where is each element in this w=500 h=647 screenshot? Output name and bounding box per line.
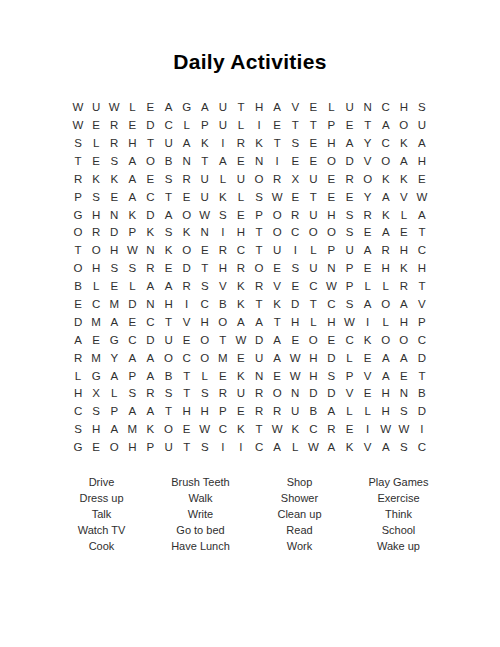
grid-cell-r5c1[interactable]: R [69,171,87,189]
grid-cell-r9c6[interactable]: K [160,242,178,260]
grid-cell-r1c11[interactable]: H [250,99,268,117]
grid-cell-r20c14[interactable]: W [304,439,322,457]
grid-cell-r16c5[interactable]: A [141,367,159,385]
grid-cell-r14c15[interactable]: E [322,332,340,350]
grid-cell-r15c9[interactable]: M [214,349,232,367]
grid-cell-r20c16[interactable]: K [341,439,359,457]
grid-cell-r20c10[interactable]: I [232,439,250,457]
grid-cell-r11c4[interactable]: L [123,278,141,296]
grid-cell-r4c1[interactable]: T [69,153,87,171]
grid-cell-r8c1[interactable]: O [69,224,87,242]
grid-cell-r17c10[interactable]: U [232,385,250,403]
grid-cell-r13c16[interactable]: W [341,314,359,332]
grid-cell-r9c9[interactable]: R [214,242,232,260]
grid-cell-r4c6[interactable]: B [160,153,178,171]
grid-cell-r6c16[interactable]: E [341,188,359,206]
grid-cell-r14c2[interactable]: E [87,332,105,350]
grid-cell-r19c11[interactable]: T [250,421,268,439]
grid-cell-r11c7[interactable]: R [178,278,196,296]
grid-cell-r20c1[interactable]: G [69,439,87,457]
grid-cell-r1c19[interactable]: H [395,99,413,117]
grid-cell-r3c4[interactable]: H [123,135,141,153]
grid-cell-r11c3[interactable]: E [105,278,123,296]
grid-cell-r14c1[interactable]: A [69,332,87,350]
grid-cell-r16c7[interactable]: T [178,367,196,385]
grid-cell-r7c6[interactable]: A [160,206,178,224]
grid-cell-r3c2[interactable]: L [87,135,105,153]
grid-cell-r16c17[interactable]: V [359,367,377,385]
grid-cell-r1c7[interactable]: G [178,99,196,117]
grid-cell-r17c19[interactable]: N [395,385,413,403]
grid-cell-r1c3[interactable]: W [105,99,123,117]
grid-cell-r6c1[interactable]: P [69,188,87,206]
grid-cell-r17c20[interactable]: B [413,385,431,403]
grid-cell-r19c20[interactable]: I [413,421,431,439]
grid-cell-r9c3[interactable]: H [105,242,123,260]
grid-cell-r8c12[interactable]: O [268,224,286,242]
grid-cell-r12c17[interactable]: A [359,296,377,314]
grid-cell-r3c3[interactable]: R [105,135,123,153]
grid-cell-r10c16[interactable]: P [341,260,359,278]
grid-cell-r10c14[interactable]: U [304,260,322,278]
grid-cell-r11c14[interactable]: C [304,278,322,296]
grid-cell-r19c16[interactable]: E [341,421,359,439]
grid-cell-r19c9[interactable]: C [214,421,232,439]
grid-cell-r8c17[interactable]: E [359,224,377,242]
grid-cell-r6c2[interactable]: S [87,188,105,206]
grid-cell-r1c12[interactable]: A [268,99,286,117]
grid-cell-r9c13[interactable]: I [286,242,304,260]
grid-cell-r13c18[interactable]: L [377,314,395,332]
grid-cell-r20c9[interactable]: I [214,439,232,457]
grid-cell-r19c8[interactable]: W [196,421,214,439]
grid-cell-r16c19[interactable]: E [395,367,413,385]
grid-cell-r12c19[interactable]: A [395,296,413,314]
grid-cell-r11c18[interactable]: L [377,278,395,296]
grid-cell-r2c1[interactable]: W [69,117,87,135]
grid-cell-r15c1[interactable]: R [69,349,87,367]
grid-cell-r18c12[interactable]: R [268,403,286,421]
grid-cell-r8c3[interactable]: D [105,224,123,242]
grid-cell-r19c17[interactable]: I [359,421,377,439]
grid-cell-r4c13[interactable]: E [286,153,304,171]
grid-cell-r3c7[interactable]: A [178,135,196,153]
grid-cell-r11c20[interactable]: T [413,278,431,296]
grid-cell-r12c18[interactable]: O [377,296,395,314]
grid-cell-r14c14[interactable]: O [304,332,322,350]
grid-cell-r20c6[interactable]: U [160,439,178,457]
grid-cell-r3c11[interactable]: K [250,135,268,153]
grid-cell-r5c17[interactable]: O [359,171,377,189]
grid-cell-r13c11[interactable]: A [250,314,268,332]
grid-cell-r18c19[interactable]: S [395,403,413,421]
grid-cell-r13c15[interactable]: H [322,314,340,332]
grid-cell-r2c3[interactable]: R [105,117,123,135]
grid-cell-r8c20[interactable]: T [413,224,431,242]
grid-cell-r7c8[interactable]: W [196,206,214,224]
grid-cell-r10c15[interactable]: N [322,260,340,278]
grid-cell-r15c12[interactable]: A [268,349,286,367]
grid-cell-r13c8[interactable]: H [196,314,214,332]
grid-cell-r1c1[interactable]: W [69,99,87,117]
grid-cell-r14c17[interactable]: K [359,332,377,350]
grid-cell-r20c17[interactable]: V [359,439,377,457]
grid-cell-r2c10[interactable]: L [232,117,250,135]
grid-cell-r18c17[interactable]: L [359,403,377,421]
grid-cell-r14c8[interactable]: O [196,332,214,350]
grid-cell-r8c9[interactable]: I [214,224,232,242]
grid-cell-r8c19[interactable]: E [395,224,413,242]
grid-cell-r12c16[interactable]: S [341,296,359,314]
grid-cell-r17c6[interactable]: S [160,385,178,403]
grid-cell-r19c15[interactable]: R [322,421,340,439]
grid-cell-r15c14[interactable]: H [304,349,322,367]
grid-cell-r6c20[interactable]: W [413,188,431,206]
grid-cell-r15c13[interactable]: W [286,349,304,367]
grid-cell-r20c13[interactable]: L [286,439,304,457]
grid-cell-r16c4[interactable]: P [123,367,141,385]
grid-cell-r19c14[interactable]: C [304,421,322,439]
grid-cell-r8c15[interactable]: O [322,224,340,242]
grid-cell-r11c15[interactable]: W [322,278,340,296]
grid-cell-r2c14[interactable]: T [304,117,322,135]
grid-cell-r14c16[interactable]: C [341,332,359,350]
grid-cell-r11c2[interactable]: L [87,278,105,296]
grid-cell-r9c8[interactable]: E [196,242,214,260]
grid-cell-r17c14[interactable]: D [304,385,322,403]
grid-cell-r9c19[interactable]: H [395,242,413,260]
grid-cell-r5c18[interactable]: K [377,171,395,189]
grid-cell-r20c15[interactable]: A [322,439,340,457]
grid-cell-r8c5[interactable]: K [141,224,159,242]
grid-cell-r2c11[interactable]: I [250,117,268,135]
grid-cell-r9c7[interactable]: O [178,242,196,260]
grid-cell-r16c2[interactable]: G [87,367,105,385]
grid-cell-r20c20[interactable]: C [413,439,431,457]
grid-cell-r19c10[interactable]: K [232,421,250,439]
grid-cell-r10c2[interactable]: H [87,260,105,278]
grid-cell-r5c12[interactable]: R [268,171,286,189]
grid-cell-r13c20[interactable]: P [413,314,431,332]
grid-cell-r7c1[interactable]: G [69,206,87,224]
grid-cell-r20c12[interactable]: A [268,439,286,457]
grid-cell-r15c20[interactable]: D [413,349,431,367]
grid-cell-r11c11[interactable]: R [250,278,268,296]
grid-cell-r1c4[interactable]: L [123,99,141,117]
grid-cell-r18c10[interactable]: E [232,403,250,421]
grid-cell-r11c8[interactable]: S [196,278,214,296]
grid-cell-r9c10[interactable]: C [232,242,250,260]
grid-cell-r18c13[interactable]: U [286,403,304,421]
grid-cell-r16c1[interactable]: L [69,367,87,385]
grid-cell-r7c20[interactable]: A [413,206,431,224]
grid-cell-r11c17[interactable]: L [359,278,377,296]
grid-cell-r15c7[interactable]: C [178,349,196,367]
grid-cell-r14c19[interactable]: O [395,332,413,350]
grid-cell-r19c1[interactable]: S [69,421,87,439]
grid-cell-r7c16[interactable]: S [341,206,359,224]
grid-cell-r14c11[interactable]: D [250,332,268,350]
grid-cell-r4c20[interactable]: H [413,153,431,171]
grid-cell-r16c6[interactable]: B [160,367,178,385]
grid-cell-r13c12[interactable]: T [268,314,286,332]
grid-cell-r19c12[interactable]: W [268,421,286,439]
grid-cell-r2c20[interactable]: U [413,117,431,135]
grid-cell-r18c7[interactable]: H [178,403,196,421]
grid-cell-r9c16[interactable]: U [341,242,359,260]
grid-cell-r20c8[interactable]: S [196,439,214,457]
grid-cell-r8c8[interactable]: N [196,224,214,242]
grid-cell-r2c18[interactable]: A [377,117,395,135]
grid-cell-r6c5[interactable]: C [141,188,159,206]
grid-cell-r13c1[interactable]: D [69,314,87,332]
grid-cell-r16c12[interactable]: E [268,367,286,385]
grid-cell-r6c6[interactable]: T [160,188,178,206]
grid-cell-r17c11[interactable]: R [250,385,268,403]
grid-cell-r14c20[interactable]: C [413,332,431,350]
grid-cell-r17c1[interactable]: H [69,385,87,403]
grid-cell-r2c2[interactable]: E [87,117,105,135]
grid-cell-r12c7[interactable]: I [178,296,196,314]
grid-cell-r19c6[interactable]: O [160,421,178,439]
grid-cell-r13c3[interactable]: A [105,314,123,332]
grid-cell-r1c2[interactable]: U [87,99,105,117]
grid-cell-r4c19[interactable]: A [395,153,413,171]
grid-cell-r5c16[interactable]: R [341,171,359,189]
grid-cell-r17c8[interactable]: S [196,385,214,403]
grid-cell-r1c17[interactable]: N [359,99,377,117]
grid-cell-r11c6[interactable]: A [160,278,178,296]
grid-cell-r13c2[interactable]: M [87,314,105,332]
grid-cell-r8c6[interactable]: S [160,224,178,242]
grid-cell-r10c17[interactable]: E [359,260,377,278]
grid-cell-r15c3[interactable]: Y [105,349,123,367]
grid-cell-r9c11[interactable]: T [250,242,268,260]
grid-cell-r10c13[interactable]: S [286,260,304,278]
grid-cell-r14c13[interactable]: E [286,332,304,350]
grid-cell-r8c13[interactable]: C [286,224,304,242]
grid-cell-r5c13[interactable]: X [286,171,304,189]
grid-cell-r7c17[interactable]: R [359,206,377,224]
grid-cell-r2c12[interactable]: E [268,117,286,135]
grid-cell-r11c5[interactable]: A [141,278,159,296]
grid-cell-r6c15[interactable]: E [322,188,340,206]
grid-cell-r13c4[interactable]: E [123,314,141,332]
grid-cell-r1c20[interactable]: S [413,99,431,117]
grid-cell-r10c9[interactable]: H [214,260,232,278]
grid-cell-r15c8[interactable]: O [196,349,214,367]
grid-cell-r9c20[interactable]: C [413,242,431,260]
grid-cell-r7c5[interactable]: D [141,206,159,224]
grid-cell-r15c2[interactable]: M [87,349,105,367]
grid-cell-r14c18[interactable]: O [377,332,395,350]
grid-cell-r3c12[interactable]: T [268,135,286,153]
grid-cell-r6c11[interactable]: S [250,188,268,206]
grid-cell-r7c13[interactable]: R [286,206,304,224]
grid-cell-r11c1[interactable]: B [69,278,87,296]
grid-cell-r18c4[interactable]: A [123,403,141,421]
grid-cell-r10c7[interactable]: D [178,260,196,278]
grid-cell-r19c18[interactable]: W [377,421,395,439]
grid-cell-r18c15[interactable]: A [322,403,340,421]
grid-cell-r11c19[interactable]: R [395,278,413,296]
grid-cell-r2c8[interactable]: P [196,117,214,135]
grid-cell-r2c19[interactable]: O [395,117,413,135]
grid-cell-r9c4[interactable]: W [123,242,141,260]
grid-cell-r3c14[interactable]: E [304,135,322,153]
grid-cell-r19c4[interactable]: M [123,421,141,439]
grid-cell-r2c16[interactable]: E [341,117,359,135]
grid-cell-r10c5[interactable]: R [141,260,159,278]
grid-cell-r3c19[interactable]: K [395,135,413,153]
grid-cell-r18c16[interactable]: L [341,403,359,421]
grid-cell-r9c1[interactable]: T [69,242,87,260]
grid-cell-r16c20[interactable]: T [413,367,431,385]
grid-cell-r2c13[interactable]: T [286,117,304,135]
grid-cell-r8c10[interactable]: H [232,224,250,242]
grid-cell-r12c13[interactable]: D [286,296,304,314]
grid-cell-r4c7[interactable]: N [178,153,196,171]
grid-cell-r14c10[interactable]: W [232,332,250,350]
grid-cell-r17c15[interactable]: D [322,385,340,403]
grid-cell-r20c18[interactable]: A [377,439,395,457]
grid-cell-r1c15[interactable]: L [322,99,340,117]
grid-cell-r7c12[interactable]: O [268,206,286,224]
grid-cell-r4c11[interactable]: N [250,153,268,171]
grid-cell-r7c2[interactable]: H [87,206,105,224]
grid-cell-r15c5[interactable]: A [141,349,159,367]
grid-cell-r11c10[interactable]: K [232,278,250,296]
grid-cell-r11c16[interactable]: P [341,278,359,296]
grid-cell-r7c4[interactable]: K [123,206,141,224]
grid-cell-r12c10[interactable]: K [232,296,250,314]
grid-cell-r12c11[interactable]: T [250,296,268,314]
grid-cell-r3c1[interactable]: S [69,135,87,153]
grid-cell-r9c5[interactable]: N [141,242,159,260]
grid-cell-r3c5[interactable]: T [141,135,159,153]
grid-cell-r10c19[interactable]: K [395,260,413,278]
grid-cell-r3c16[interactable]: A [341,135,359,153]
grid-cell-r7c15[interactable]: H [322,206,340,224]
grid-cell-r5c19[interactable]: K [395,171,413,189]
grid-cell-r8c7[interactable]: K [178,224,196,242]
grid-cell-r18c18[interactable]: H [377,403,395,421]
grid-cell-r19c3[interactable]: A [105,421,123,439]
grid-cell-r4c8[interactable]: T [196,153,214,171]
grid-cell-r14c4[interactable]: C [123,332,141,350]
grid-cell-r16c14[interactable]: H [304,367,322,385]
grid-cell-r6c14[interactable]: T [304,188,322,206]
grid-cell-r5c15[interactable]: E [322,171,340,189]
grid-cell-r6c8[interactable]: U [196,188,214,206]
grid-cell-r3c9[interactable]: I [214,135,232,153]
grid-cell-r17c12[interactable]: O [268,385,286,403]
grid-cell-r4c17[interactable]: V [359,153,377,171]
grid-cell-r13c13[interactable]: H [286,314,304,332]
grid-cell-r16c16[interactable]: P [341,367,359,385]
grid-cell-r3c17[interactable]: Y [359,135,377,153]
grid-cell-r18c11[interactable]: R [250,403,268,421]
grid-cell-r14c6[interactable]: U [160,332,178,350]
grid-cell-r5c10[interactable]: U [232,171,250,189]
grid-cell-r19c19[interactable]: W [395,421,413,439]
grid-cell-r12c5[interactable]: N [141,296,159,314]
grid-cell-r14c3[interactable]: G [105,332,123,350]
grid-cell-r8c14[interactable]: O [304,224,322,242]
grid-cell-r17c4[interactable]: S [123,385,141,403]
grid-cell-r19c5[interactable]: K [141,421,159,439]
grid-cell-r17c18[interactable]: H [377,385,395,403]
grid-cell-r10c11[interactable]: O [250,260,268,278]
grid-cell-r10c8[interactable]: T [196,260,214,278]
grid-cell-r8c2[interactable]: R [87,224,105,242]
grid-cell-r5c11[interactable]: O [250,171,268,189]
grid-cell-r15c11[interactable]: U [250,349,268,367]
grid-cell-r3c18[interactable]: C [377,135,395,153]
grid-cell-r17c17[interactable]: E [359,385,377,403]
grid-cell-r6c17[interactable]: Y [359,188,377,206]
grid-cell-r20c11[interactable]: C [250,439,268,457]
grid-cell-r17c9[interactable]: R [214,385,232,403]
grid-cell-r8c4[interactable]: P [123,224,141,242]
grid-cell-r19c13[interactable]: K [286,421,304,439]
grid-cell-r20c3[interactable]: O [105,439,123,457]
grid-cell-r7c19[interactable]: L [395,206,413,224]
grid-cell-r3c15[interactable]: H [322,135,340,153]
grid-cell-r16c13[interactable]: W [286,367,304,385]
grid-cell-r12c9[interactable]: B [214,296,232,314]
grid-cell-r2c4[interactable]: E [123,117,141,135]
grid-cell-r11c9[interactable]: V [214,278,232,296]
grid-cell-r2c15[interactable]: P [322,117,340,135]
grid-cell-r7c10[interactable]: E [232,206,250,224]
grid-cell-r9c15[interactable]: P [322,242,340,260]
grid-cell-r2c6[interactable]: C [160,117,178,135]
grid-cell-r20c4[interactable]: H [123,439,141,457]
grid-cell-r9c2[interactable]: O [87,242,105,260]
grid-cell-r20c5[interactable]: P [141,439,159,457]
grid-cell-r6c10[interactable]: L [232,188,250,206]
grid-cell-r10c12[interactable]: E [268,260,286,278]
grid-cell-r1c13[interactable]: V [286,99,304,117]
grid-cell-r4c14[interactable]: E [304,153,322,171]
grid-cell-r6c9[interactable]: K [214,188,232,206]
grid-cell-r9c14[interactable]: L [304,242,322,260]
grid-cell-r12c14[interactable]: T [304,296,322,314]
grid-cell-r15c4[interactable]: A [123,349,141,367]
grid-cell-r6c12[interactable]: W [268,188,286,206]
grid-cell-r10c1[interactable]: O [69,260,87,278]
grid-cell-r19c2[interactable]: H [87,421,105,439]
grid-cell-r7c9[interactable]: S [214,206,232,224]
grid-cell-r15c18[interactable]: A [377,349,395,367]
grid-cell-r18c20[interactable]: D [413,403,431,421]
grid-cell-r16c8[interactable]: L [196,367,214,385]
grid-cell-r4c2[interactable]: E [87,153,105,171]
grid-cell-r20c2[interactable]: E [87,439,105,457]
grid-cell-r20c7[interactable]: T [178,439,196,457]
grid-cell-r18c14[interactable]: B [304,403,322,421]
grid-cell-r12c6[interactable]: H [160,296,178,314]
grid-cell-r16c11[interactable]: N [250,367,268,385]
grid-cell-r1c18[interactable]: C [377,99,395,117]
grid-cell-r7c11[interactable]: P [250,206,268,224]
grid-cell-r17c2[interactable]: X [87,385,105,403]
grid-cell-r18c8[interactable]: H [196,403,214,421]
grid-cell-r4c15[interactable]: O [322,153,340,171]
grid-cell-r3c13[interactable]: S [286,135,304,153]
grid-cell-r5c5[interactable]: E [141,171,159,189]
